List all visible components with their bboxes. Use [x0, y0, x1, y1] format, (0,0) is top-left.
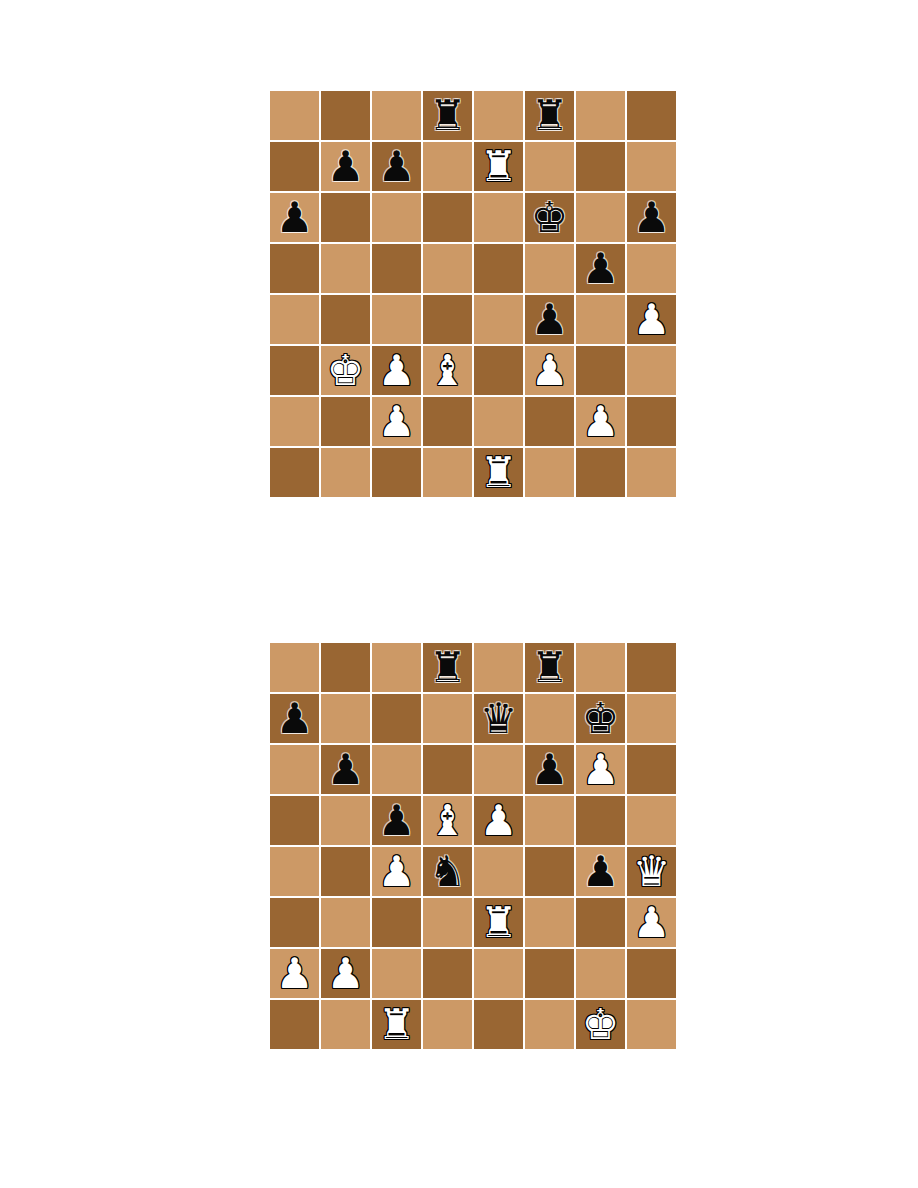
square-g3: [576, 898, 625, 947]
square-e1: ♜: [474, 448, 523, 497]
square-a4: [270, 847, 319, 896]
black-pawn: ♟: [531, 295, 569, 344]
square-a7: [270, 142, 319, 191]
square-g7: [576, 142, 625, 191]
square-h7: [627, 694, 676, 743]
square-a5: [270, 244, 319, 293]
white-bishop: ♝: [429, 796, 467, 845]
black-pawn: ♟: [378, 142, 416, 191]
square-b5: [321, 244, 370, 293]
square-h8: [627, 643, 676, 692]
black-rook: ♜: [429, 643, 467, 692]
square-a4: [270, 295, 319, 344]
white-king: ♚: [582, 1000, 620, 1049]
square-d8: ♜: [423, 91, 472, 140]
square-e2: [474, 397, 523, 446]
square-c6: [372, 745, 421, 794]
white-bishop: ♝: [429, 346, 467, 395]
white-pawn: ♟: [582, 745, 620, 794]
square-a8: [270, 643, 319, 692]
square-c5: ♟: [372, 796, 421, 845]
white-pawn: ♟: [276, 949, 314, 998]
square-d3: ♝: [423, 346, 472, 395]
black-knight: ♞: [429, 847, 467, 896]
square-h8: [627, 91, 676, 140]
white-pawn: ♟: [582, 397, 620, 446]
square-h6: ♟: [627, 193, 676, 242]
square-b7: [321, 694, 370, 743]
white-king: ♚: [327, 346, 365, 395]
square-f1: [525, 448, 574, 497]
square-g5: [576, 796, 625, 845]
square-f6: ♚: [525, 193, 574, 242]
square-c7: [372, 694, 421, 743]
square-f5: [525, 796, 574, 845]
white-rook: ♜: [480, 898, 518, 947]
square-f5: [525, 244, 574, 293]
square-g5: ♟: [576, 244, 625, 293]
square-h4: ♟: [627, 295, 676, 344]
square-d6: [423, 193, 472, 242]
square-d4: ♞: [423, 847, 472, 896]
square-h7: [627, 142, 676, 191]
square-b1: [321, 448, 370, 497]
white-rook: ♜: [480, 142, 518, 191]
square-e8: [474, 91, 523, 140]
square-d5: [423, 244, 472, 293]
square-a1: [270, 1000, 319, 1049]
square-g8: [576, 91, 625, 140]
square-b6: [321, 193, 370, 242]
square-e7: ♛: [474, 694, 523, 743]
square-d1: [423, 448, 472, 497]
white-rook: ♜: [480, 448, 518, 497]
square-c4: [372, 295, 421, 344]
square-g7: ♚: [576, 694, 625, 743]
black-pawn: ♟: [276, 193, 314, 242]
square-h1: [627, 448, 676, 497]
square-h5: [627, 796, 676, 845]
black-queen: ♛: [480, 694, 518, 743]
black-pawn: ♟: [531, 745, 569, 794]
black-pawn: ♟: [633, 193, 671, 242]
square-e4: [474, 295, 523, 344]
square-e1: [474, 1000, 523, 1049]
white-pawn: ♟: [327, 949, 365, 998]
black-rook: ♜: [531, 643, 569, 692]
square-b8: [321, 643, 370, 692]
square-g6: ♟: [576, 745, 625, 794]
black-pawn: ♟: [327, 745, 365, 794]
black-pawn: ♟: [378, 796, 416, 845]
white-pawn: ♟: [531, 346, 569, 395]
square-c5: [372, 244, 421, 293]
square-f7: [525, 694, 574, 743]
square-f8: ♜: [525, 643, 574, 692]
square-a8: [270, 91, 319, 140]
square-g4: [576, 295, 625, 344]
square-e6: [474, 193, 523, 242]
square-e6: [474, 745, 523, 794]
square-c7: ♟: [372, 142, 421, 191]
square-h2: [627, 397, 676, 446]
square-h1: [627, 1000, 676, 1049]
square-a6: [270, 745, 319, 794]
white-pawn: ♟: [378, 397, 416, 446]
square-d1: [423, 1000, 472, 1049]
black-king: ♚: [531, 193, 569, 242]
white-pawn: ♟: [480, 796, 518, 845]
square-b7: ♟: [321, 142, 370, 191]
square-e5: [474, 244, 523, 293]
square-a5: [270, 796, 319, 845]
square-h3: [627, 346, 676, 395]
square-f7: [525, 142, 574, 191]
square-g1: [576, 448, 625, 497]
square-f4: ♟: [525, 295, 574, 344]
square-h3: ♟: [627, 898, 676, 947]
square-c1: [372, 448, 421, 497]
square-c3: [372, 898, 421, 947]
square-h2: [627, 949, 676, 998]
black-king: ♚: [582, 694, 620, 743]
square-b4: [321, 847, 370, 896]
square-b2: [321, 397, 370, 446]
square-c6: [372, 193, 421, 242]
square-g4: ♟: [576, 847, 625, 896]
square-f2: [525, 397, 574, 446]
square-d7: [423, 694, 472, 743]
white-queen: ♛: [633, 847, 671, 896]
square-a6: ♟: [270, 193, 319, 242]
square-e4: [474, 847, 523, 896]
square-e7: ♜: [474, 142, 523, 191]
square-g2: [576, 949, 625, 998]
square-f3: ♟: [525, 346, 574, 395]
document-page: ♜♜♟♟♜♟♚♟♟♟♟♚♟♝♟♟♟♜ ♜♜♟♛♚♟♟♟♟♝♟♟♞♟♛♜♟♟♟♜♚: [0, 0, 918, 1188]
square-e8: [474, 643, 523, 692]
square-h4: ♛: [627, 847, 676, 896]
square-h6: [627, 745, 676, 794]
black-pawn: ♟: [582, 244, 620, 293]
square-e3: [474, 346, 523, 395]
square-b2: ♟: [321, 949, 370, 998]
square-a7: ♟: [270, 694, 319, 743]
square-d5: ♝: [423, 796, 472, 845]
white-pawn: ♟: [633, 898, 671, 947]
square-f1: [525, 1000, 574, 1049]
square-g6: [576, 193, 625, 242]
square-e5: ♟: [474, 796, 523, 845]
square-h5: [627, 244, 676, 293]
square-a2: ♟: [270, 949, 319, 998]
square-b5: [321, 796, 370, 845]
square-f4: [525, 847, 574, 896]
square-a3: [270, 346, 319, 395]
square-g2: ♟: [576, 397, 625, 446]
white-pawn: ♟: [633, 295, 671, 344]
chess-board-2: ♜♜♟♛♚♟♟♟♟♝♟♟♞♟♛♜♟♟♟♜♚: [270, 643, 676, 1049]
square-c4: ♟: [372, 847, 421, 896]
square-d2: [423, 949, 472, 998]
square-c2: ♟: [372, 397, 421, 446]
square-c2: [372, 949, 421, 998]
square-c1: ♜: [372, 1000, 421, 1049]
square-d7: [423, 142, 472, 191]
white-pawn: ♟: [378, 847, 416, 896]
square-d8: ♜: [423, 643, 472, 692]
square-g1: ♚: [576, 1000, 625, 1049]
white-rook: ♜: [378, 1000, 416, 1049]
square-a1: [270, 448, 319, 497]
square-e3: ♜: [474, 898, 523, 947]
square-f3: [525, 898, 574, 947]
square-f6: ♟: [525, 745, 574, 794]
black-rook: ♜: [429, 91, 467, 140]
square-b1: [321, 1000, 370, 1049]
square-b6: ♟: [321, 745, 370, 794]
square-d6: [423, 745, 472, 794]
square-c8: [372, 91, 421, 140]
square-f8: ♜: [525, 91, 574, 140]
square-d3: [423, 898, 472, 947]
black-pawn: ♟: [582, 847, 620, 896]
square-a3: [270, 898, 319, 947]
black-rook: ♜: [531, 91, 569, 140]
square-c3: ♟: [372, 346, 421, 395]
square-f2: [525, 949, 574, 998]
black-pawn: ♟: [327, 142, 365, 191]
square-g8: [576, 643, 625, 692]
square-d2: [423, 397, 472, 446]
black-pawn: ♟: [276, 694, 314, 743]
square-d4: [423, 295, 472, 344]
white-pawn: ♟: [378, 346, 416, 395]
square-b3: [321, 898, 370, 947]
square-b4: [321, 295, 370, 344]
square-b8: [321, 91, 370, 140]
square-e2: [474, 949, 523, 998]
chess-board-1: ♜♜♟♟♜♟♚♟♟♟♟♚♟♝♟♟♟♜: [270, 91, 676, 497]
square-a2: [270, 397, 319, 446]
square-c8: [372, 643, 421, 692]
square-b3: ♚: [321, 346, 370, 395]
square-g3: [576, 346, 625, 395]
